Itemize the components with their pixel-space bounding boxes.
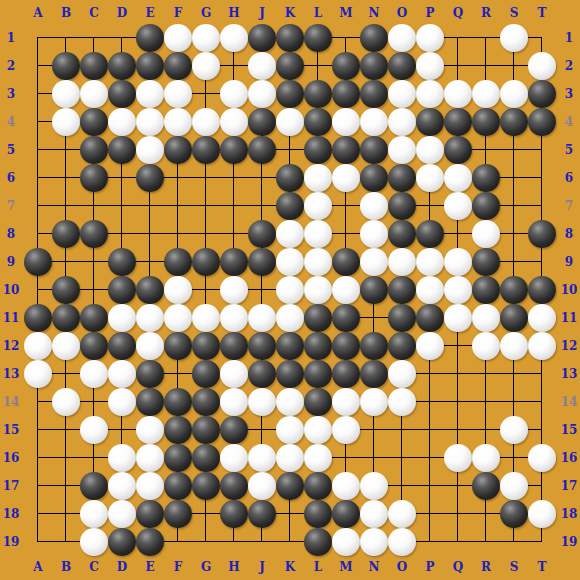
intersection-H17[interactable] <box>220 472 248 500</box>
intersection-G1[interactable] <box>192 24 220 52</box>
intersection-F13[interactable] <box>164 360 192 388</box>
intersection-O9[interactable] <box>388 248 416 276</box>
white-stone[interactable] <box>416 332 444 360</box>
black-stone[interactable] <box>136 388 164 416</box>
intersection-B8[interactable] <box>52 220 80 248</box>
intersection-E18[interactable] <box>136 500 164 528</box>
white-stone[interactable] <box>444 192 472 220</box>
intersection-Q11[interactable] <box>444 304 472 332</box>
white-stone[interactable] <box>136 472 164 500</box>
black-stone[interactable] <box>472 192 500 220</box>
intersection-L5[interactable] <box>304 136 332 164</box>
black-stone[interactable] <box>388 332 416 360</box>
intersection-R12[interactable] <box>472 332 500 360</box>
intersection-J12[interactable] <box>248 332 276 360</box>
white-stone[interactable] <box>108 360 136 388</box>
white-stone[interactable] <box>192 52 220 80</box>
intersection-T9[interactable] <box>528 248 556 276</box>
intersection-B19[interactable] <box>52 528 80 556</box>
intersection-O3[interactable] <box>388 80 416 108</box>
black-stone[interactable] <box>388 164 416 192</box>
intersection-F7[interactable] <box>164 192 192 220</box>
intersection-G10[interactable] <box>192 276 220 304</box>
white-stone[interactable] <box>136 416 164 444</box>
black-stone[interactable] <box>52 52 80 80</box>
intersection-H10[interactable] <box>220 276 248 304</box>
white-stone[interactable] <box>276 108 304 136</box>
intersection-J8[interactable] <box>248 220 276 248</box>
intersection-H19[interactable] <box>220 528 248 556</box>
intersection-N17[interactable] <box>360 472 388 500</box>
white-stone[interactable] <box>80 360 108 388</box>
intersection-O10[interactable] <box>388 276 416 304</box>
white-stone[interactable] <box>416 248 444 276</box>
intersection-Q15[interactable] <box>444 416 472 444</box>
white-stone[interactable] <box>304 164 332 192</box>
white-stone[interactable] <box>528 444 556 472</box>
white-stone[interactable] <box>164 304 192 332</box>
black-stone[interactable] <box>136 528 164 556</box>
white-stone[interactable] <box>416 80 444 108</box>
intersection-S15[interactable] <box>500 416 528 444</box>
white-stone[interactable] <box>276 220 304 248</box>
intersection-K1[interactable] <box>276 24 304 52</box>
intersection-F10[interactable] <box>164 276 192 304</box>
intersection-A1[interactable] <box>24 24 52 52</box>
intersection-M18[interactable] <box>332 500 360 528</box>
intersection-E2[interactable] <box>136 52 164 80</box>
black-stone[interactable] <box>80 136 108 164</box>
intersection-D17[interactable] <box>108 472 136 500</box>
intersection-K16[interactable] <box>276 444 304 472</box>
white-stone[interactable] <box>304 220 332 248</box>
intersection-D3[interactable] <box>108 80 136 108</box>
intersection-G7[interactable] <box>192 192 220 220</box>
black-stone[interactable] <box>360 24 388 52</box>
intersection-H15[interactable] <box>220 416 248 444</box>
intersection-H9[interactable] <box>220 248 248 276</box>
intersection-N5[interactable] <box>360 136 388 164</box>
intersection-L6[interactable] <box>304 164 332 192</box>
intersection-S13[interactable] <box>500 360 528 388</box>
intersection-M14[interactable] <box>332 388 360 416</box>
intersection-N2[interactable] <box>360 52 388 80</box>
white-stone[interactable] <box>472 304 500 332</box>
intersection-O5[interactable] <box>388 136 416 164</box>
intersection-J19[interactable] <box>248 528 276 556</box>
intersection-H7[interactable] <box>220 192 248 220</box>
white-stone[interactable] <box>248 80 276 108</box>
intersection-S3[interactable] <box>500 80 528 108</box>
intersection-O17[interactable] <box>388 472 416 500</box>
intersection-S14[interactable] <box>500 388 528 416</box>
white-stone[interactable] <box>52 80 80 108</box>
intersection-D9[interactable] <box>108 248 136 276</box>
white-stone[interactable] <box>220 24 248 52</box>
intersection-F18[interactable] <box>164 500 192 528</box>
black-stone[interactable] <box>332 304 360 332</box>
white-stone[interactable] <box>388 80 416 108</box>
black-stone[interactable] <box>80 108 108 136</box>
white-stone[interactable] <box>80 528 108 556</box>
intersection-B18[interactable] <box>52 500 80 528</box>
intersection-L19[interactable] <box>304 528 332 556</box>
intersection-P6[interactable] <box>416 164 444 192</box>
black-stone[interactable] <box>276 24 304 52</box>
intersection-D5[interactable] <box>108 136 136 164</box>
intersection-E16[interactable] <box>136 444 164 472</box>
intersection-M8[interactable] <box>332 220 360 248</box>
black-stone[interactable] <box>360 136 388 164</box>
intersection-T19[interactable] <box>528 528 556 556</box>
black-stone[interactable] <box>108 332 136 360</box>
black-stone[interactable] <box>52 304 80 332</box>
white-stone[interactable] <box>332 472 360 500</box>
intersection-P19[interactable] <box>416 528 444 556</box>
black-stone[interactable] <box>472 276 500 304</box>
intersection-D16[interactable] <box>108 444 136 472</box>
white-stone[interactable] <box>192 304 220 332</box>
black-stone[interactable] <box>248 136 276 164</box>
white-stone[interactable] <box>416 164 444 192</box>
black-stone[interactable] <box>500 108 528 136</box>
white-stone[interactable] <box>500 332 528 360</box>
intersection-R19[interactable] <box>472 528 500 556</box>
intersection-G12[interactable] <box>192 332 220 360</box>
intersection-R15[interactable] <box>472 416 500 444</box>
black-stone[interactable] <box>108 52 136 80</box>
intersection-S11[interactable] <box>500 304 528 332</box>
white-stone[interactable] <box>332 528 360 556</box>
intersection-A15[interactable] <box>24 416 52 444</box>
intersection-C14[interactable] <box>80 388 108 416</box>
intersection-B2[interactable] <box>52 52 80 80</box>
white-stone[interactable] <box>164 108 192 136</box>
intersection-P14[interactable] <box>416 388 444 416</box>
intersection-B17[interactable] <box>52 472 80 500</box>
intersection-C13[interactable] <box>80 360 108 388</box>
white-stone[interactable] <box>24 360 52 388</box>
white-stone[interactable] <box>528 332 556 360</box>
black-stone[interactable] <box>52 220 80 248</box>
intersection-G8[interactable] <box>192 220 220 248</box>
black-stone[interactable] <box>220 136 248 164</box>
white-stone[interactable] <box>332 164 360 192</box>
black-stone[interactable] <box>24 304 52 332</box>
intersection-P2[interactable] <box>416 52 444 80</box>
black-stone[interactable] <box>360 276 388 304</box>
intersection-C11[interactable] <box>80 304 108 332</box>
black-stone[interactable] <box>52 276 80 304</box>
white-stone[interactable] <box>24 332 52 360</box>
intersection-P13[interactable] <box>416 360 444 388</box>
white-stone[interactable] <box>416 24 444 52</box>
intersection-Q5[interactable] <box>444 136 472 164</box>
intersection-J5[interactable] <box>248 136 276 164</box>
intersection-A6[interactable] <box>24 164 52 192</box>
intersection-E10[interactable] <box>136 276 164 304</box>
intersection-F2[interactable] <box>164 52 192 80</box>
intersection-A18[interactable] <box>24 500 52 528</box>
intersection-J13[interactable] <box>248 360 276 388</box>
white-stone[interactable] <box>388 108 416 136</box>
intersection-B12[interactable] <box>52 332 80 360</box>
white-stone[interactable] <box>528 52 556 80</box>
black-stone[interactable] <box>276 332 304 360</box>
intersection-R1[interactable] <box>472 24 500 52</box>
intersection-M12[interactable] <box>332 332 360 360</box>
intersection-F3[interactable] <box>164 80 192 108</box>
black-stone[interactable] <box>220 500 248 528</box>
intersection-C12[interactable] <box>80 332 108 360</box>
intersection-L16[interactable] <box>304 444 332 472</box>
intersection-C15[interactable] <box>80 416 108 444</box>
intersection-G19[interactable] <box>192 528 220 556</box>
intersection-J17[interactable] <box>248 472 276 500</box>
black-stone[interactable] <box>108 136 136 164</box>
intersection-H3[interactable] <box>220 80 248 108</box>
white-stone[interactable] <box>220 108 248 136</box>
intersection-K6[interactable] <box>276 164 304 192</box>
black-stone[interactable] <box>472 248 500 276</box>
intersection-O16[interactable] <box>388 444 416 472</box>
white-stone[interactable] <box>248 52 276 80</box>
white-stone[interactable] <box>444 304 472 332</box>
black-stone[interactable] <box>164 416 192 444</box>
intersection-S9[interactable] <box>500 248 528 276</box>
black-stone[interactable] <box>248 360 276 388</box>
intersection-C2[interactable] <box>80 52 108 80</box>
black-stone[interactable] <box>304 80 332 108</box>
white-stone[interactable] <box>192 108 220 136</box>
black-stone[interactable] <box>416 304 444 332</box>
black-stone[interactable] <box>80 332 108 360</box>
white-stone[interactable] <box>304 416 332 444</box>
intersection-S5[interactable] <box>500 136 528 164</box>
intersection-D11[interactable] <box>108 304 136 332</box>
white-stone[interactable] <box>52 108 80 136</box>
white-stone[interactable] <box>220 276 248 304</box>
intersection-J7[interactable] <box>248 192 276 220</box>
intersection-K5[interactable] <box>276 136 304 164</box>
white-stone[interactable] <box>108 444 136 472</box>
white-stone[interactable] <box>248 388 276 416</box>
intersection-A4[interactable] <box>24 108 52 136</box>
intersection-S4[interactable] <box>500 108 528 136</box>
white-stone[interactable] <box>108 500 136 528</box>
white-stone[interactable] <box>52 332 80 360</box>
black-stone[interactable] <box>164 388 192 416</box>
intersection-M16[interactable] <box>332 444 360 472</box>
intersection-N19[interactable] <box>360 528 388 556</box>
intersection-E1[interactable] <box>136 24 164 52</box>
white-stone[interactable] <box>444 444 472 472</box>
white-stone[interactable] <box>500 472 528 500</box>
black-stone[interactable] <box>276 164 304 192</box>
intersection-T10[interactable] <box>528 276 556 304</box>
intersection-D2[interactable] <box>108 52 136 80</box>
intersection-F9[interactable] <box>164 248 192 276</box>
intersection-T5[interactable] <box>528 136 556 164</box>
white-stone[interactable] <box>500 24 528 52</box>
black-stone[interactable] <box>192 136 220 164</box>
intersection-M2[interactable] <box>332 52 360 80</box>
intersection-L2[interactable] <box>304 52 332 80</box>
intersection-N9[interactable] <box>360 248 388 276</box>
white-stone[interactable] <box>80 500 108 528</box>
intersection-N3[interactable] <box>360 80 388 108</box>
intersection-J10[interactable] <box>248 276 276 304</box>
intersection-J1[interactable] <box>248 24 276 52</box>
intersection-E11[interactable] <box>136 304 164 332</box>
white-stone[interactable] <box>220 388 248 416</box>
intersection-J2[interactable] <box>248 52 276 80</box>
white-stone[interactable] <box>52 388 80 416</box>
intersection-Q18[interactable] <box>444 500 472 528</box>
board-grid[interactable] <box>24 24 556 556</box>
intersection-D4[interactable] <box>108 108 136 136</box>
intersection-L3[interactable] <box>304 80 332 108</box>
white-stone[interactable] <box>220 360 248 388</box>
intersection-N15[interactable] <box>360 416 388 444</box>
black-stone[interactable] <box>248 332 276 360</box>
intersection-G4[interactable] <box>192 108 220 136</box>
black-stone[interactable] <box>192 472 220 500</box>
intersection-B16[interactable] <box>52 444 80 472</box>
intersection-T18[interactable] <box>528 500 556 528</box>
intersection-S8[interactable] <box>500 220 528 248</box>
intersection-T8[interactable] <box>528 220 556 248</box>
white-stone[interactable] <box>248 444 276 472</box>
intersection-O2[interactable] <box>388 52 416 80</box>
intersection-P9[interactable] <box>416 248 444 276</box>
black-stone[interactable] <box>360 52 388 80</box>
black-stone[interactable] <box>136 360 164 388</box>
intersection-T6[interactable] <box>528 164 556 192</box>
intersection-P15[interactable] <box>416 416 444 444</box>
intersection-K12[interactable] <box>276 332 304 360</box>
intersection-F5[interactable] <box>164 136 192 164</box>
intersection-K7[interactable] <box>276 192 304 220</box>
black-stone[interactable] <box>164 444 192 472</box>
intersection-T17[interactable] <box>528 472 556 500</box>
intersection-C18[interactable] <box>80 500 108 528</box>
intersection-S19[interactable] <box>500 528 528 556</box>
intersection-J18[interactable] <box>248 500 276 528</box>
intersection-M19[interactable] <box>332 528 360 556</box>
black-stone[interactable] <box>192 388 220 416</box>
intersection-D10[interactable] <box>108 276 136 304</box>
intersection-H8[interactable] <box>220 220 248 248</box>
intersection-E9[interactable] <box>136 248 164 276</box>
intersection-B9[interactable] <box>52 248 80 276</box>
white-stone[interactable] <box>388 136 416 164</box>
intersection-F8[interactable] <box>164 220 192 248</box>
white-stone[interactable] <box>500 416 528 444</box>
black-stone[interactable] <box>332 332 360 360</box>
white-stone[interactable] <box>388 248 416 276</box>
black-stone[interactable] <box>108 276 136 304</box>
intersection-G5[interactable] <box>192 136 220 164</box>
intersection-P1[interactable] <box>416 24 444 52</box>
intersection-B4[interactable] <box>52 108 80 136</box>
white-stone[interactable] <box>444 248 472 276</box>
black-stone[interactable] <box>528 220 556 248</box>
intersection-C9[interactable] <box>80 248 108 276</box>
intersection-Q2[interactable] <box>444 52 472 80</box>
black-stone[interactable] <box>164 248 192 276</box>
intersection-E19[interactable] <box>136 528 164 556</box>
white-stone[interactable] <box>80 416 108 444</box>
intersection-E5[interactable] <box>136 136 164 164</box>
white-stone[interactable] <box>276 416 304 444</box>
black-stone[interactable] <box>108 80 136 108</box>
intersection-N18[interactable] <box>360 500 388 528</box>
black-stone[interactable] <box>304 24 332 52</box>
intersection-C6[interactable] <box>80 164 108 192</box>
intersection-B3[interactable] <box>52 80 80 108</box>
white-stone[interactable] <box>472 80 500 108</box>
intersection-L7[interactable] <box>304 192 332 220</box>
black-stone[interactable] <box>80 52 108 80</box>
intersection-J11[interactable] <box>248 304 276 332</box>
intersection-H1[interactable] <box>220 24 248 52</box>
intersection-S7[interactable] <box>500 192 528 220</box>
intersection-R4[interactable] <box>472 108 500 136</box>
black-stone[interactable] <box>80 472 108 500</box>
black-stone[interactable] <box>108 248 136 276</box>
intersection-D12[interactable] <box>108 332 136 360</box>
intersection-N4[interactable] <box>360 108 388 136</box>
intersection-B14[interactable] <box>52 388 80 416</box>
intersection-Q6[interactable] <box>444 164 472 192</box>
intersection-C16[interactable] <box>80 444 108 472</box>
intersection-H6[interactable] <box>220 164 248 192</box>
intersection-N13[interactable] <box>360 360 388 388</box>
intersection-S17[interactable] <box>500 472 528 500</box>
intersection-Q8[interactable] <box>444 220 472 248</box>
intersection-Q12[interactable] <box>444 332 472 360</box>
intersection-E4[interactable] <box>136 108 164 136</box>
white-stone[interactable] <box>472 220 500 248</box>
intersection-O12[interactable] <box>388 332 416 360</box>
intersection-B1[interactable] <box>52 24 80 52</box>
white-stone[interactable] <box>332 108 360 136</box>
intersection-A3[interactable] <box>24 80 52 108</box>
white-stone[interactable] <box>332 416 360 444</box>
intersection-J16[interactable] <box>248 444 276 472</box>
intersection-D14[interactable] <box>108 388 136 416</box>
intersection-K14[interactable] <box>276 388 304 416</box>
intersection-K9[interactable] <box>276 248 304 276</box>
intersection-L17[interactable] <box>304 472 332 500</box>
white-stone[interactable] <box>360 472 388 500</box>
intersection-K13[interactable] <box>276 360 304 388</box>
intersection-K4[interactable] <box>276 108 304 136</box>
intersection-B15[interactable] <box>52 416 80 444</box>
intersection-M15[interactable] <box>332 416 360 444</box>
black-stone[interactable] <box>332 500 360 528</box>
white-stone[interactable] <box>164 24 192 52</box>
black-stone[interactable] <box>304 388 332 416</box>
black-stone[interactable] <box>220 332 248 360</box>
intersection-O13[interactable] <box>388 360 416 388</box>
black-stone[interactable] <box>388 276 416 304</box>
black-stone[interactable] <box>416 108 444 136</box>
intersection-O7[interactable] <box>388 192 416 220</box>
intersection-T15[interactable] <box>528 416 556 444</box>
intersection-B6[interactable] <box>52 164 80 192</box>
